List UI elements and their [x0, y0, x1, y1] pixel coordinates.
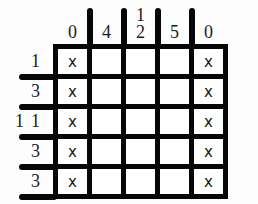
col-clue-number: 4 — [102, 24, 111, 41]
col-clue-separator-line — [121, 8, 127, 46]
row-clue-3: 1 1 — [0, 109, 40, 134]
cell-r2c2[interactable] — [92, 79, 121, 104]
cell-r2c1[interactable]: x — [58, 79, 87, 104]
cell-r5c2[interactable] — [92, 169, 121, 194]
nonogram-puzzle: 0 4 1 2 5 0 1 3 1 1 3 3 x x — [0, 0, 258, 204]
cell-r5c5[interactable]: x — [194, 169, 223, 194]
cell-r3c1[interactable]: x — [58, 109, 87, 134]
col-clue-number: 0 — [204, 24, 213, 41]
col-clue-number: 2 — [136, 24, 145, 41]
col-clue-5: 0 — [192, 0, 226, 41]
row-clue-separator-line — [19, 164, 57, 170]
col-clue-number: 5 — [170, 24, 179, 41]
row-clue-number: 1 — [15, 111, 24, 132]
cell-r3c4[interactable] — [160, 109, 189, 134]
row-clue-separator-line — [19, 194, 57, 200]
row-clue-separator-line — [19, 74, 57, 80]
cell-r3c2[interactable] — [92, 109, 121, 134]
col-clue-2: 4 — [90, 0, 124, 41]
col-clue-3: 1 2 — [124, 0, 158, 41]
cell-r4c2[interactable] — [92, 139, 121, 164]
cell-r1c4[interactable] — [160, 49, 189, 74]
cell-r3c3[interactable] — [126, 109, 155, 134]
row-clue-number: 3 — [31, 171, 40, 192]
cell-r4c3[interactable] — [126, 139, 155, 164]
cell-r3c5[interactable]: x — [194, 109, 223, 134]
col-clue-separator-line — [155, 8, 161, 46]
cell-r2c5[interactable]: x — [194, 79, 223, 104]
row-clue-number: 3 — [31, 81, 40, 102]
row-clue-number: 1 — [31, 51, 40, 72]
row-clue-separator-line — [19, 104, 57, 110]
row-clue-number: 3 — [31, 141, 40, 162]
row-clue-separator-line — [19, 134, 57, 140]
cell-r5c3[interactable] — [126, 169, 155, 194]
col-clue-1: 0 — [56, 0, 90, 41]
cell-r5c1[interactable]: x — [58, 169, 87, 194]
row-clue-1: 1 — [0, 49, 40, 74]
row-clue-2: 3 — [0, 79, 40, 104]
col-clue-4: 5 — [158, 0, 192, 41]
row-clue-4: 3 — [0, 139, 40, 164]
cell-r4c5[interactable]: x — [194, 139, 223, 164]
cell-r1c1[interactable]: x — [58, 49, 87, 74]
row-clue-5: 3 — [0, 169, 40, 194]
col-clue-separator-line — [87, 8, 93, 46]
col-clue-number: 0 — [68, 24, 77, 41]
row-clue-number: 1 — [31, 111, 40, 132]
cell-r1c5[interactable]: x — [194, 49, 223, 74]
cell-r4c1[interactable]: x — [58, 139, 87, 164]
puzzle-grid: x x x x x x x x x x — [53, 44, 228, 199]
cell-r5c4[interactable] — [160, 169, 189, 194]
cell-r1c2[interactable] — [92, 49, 121, 74]
cell-r1c3[interactable] — [126, 49, 155, 74]
col-clue-separator-line — [189, 8, 195, 46]
cell-r2c3[interactable] — [126, 79, 155, 104]
cell-r4c4[interactable] — [160, 139, 189, 164]
cell-r2c4[interactable] — [160, 79, 189, 104]
